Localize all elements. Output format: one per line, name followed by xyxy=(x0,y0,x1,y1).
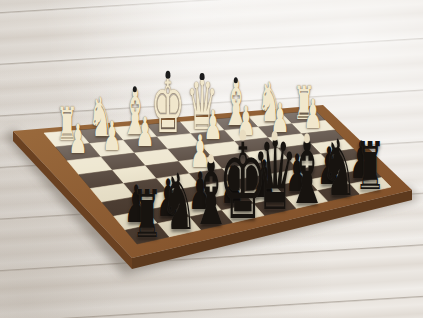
chess-board xyxy=(0,0,423,318)
chess-set-photo: ♜♞♝♛♚♝♞♜♟♟♟♟♟♟♟♟♟♟♟♟♟♟♟♟♜♞♝♛♚♝♞♜ xyxy=(0,0,423,318)
